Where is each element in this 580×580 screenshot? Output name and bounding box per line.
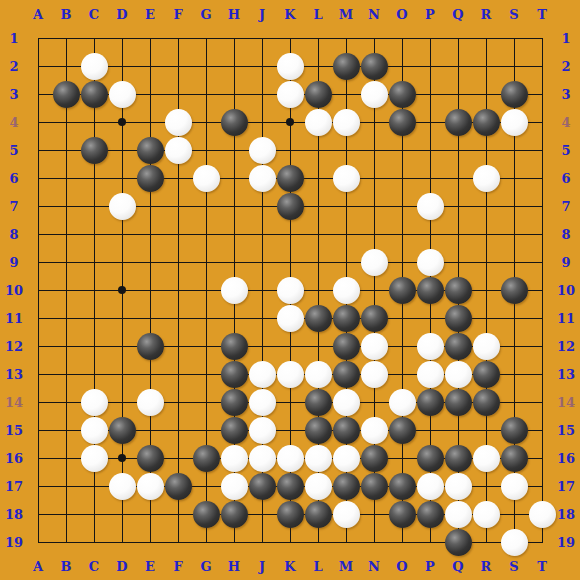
intersection-C18[interactable] — [80, 500, 108, 528]
intersection-J1[interactable] — [248, 24, 276, 52]
intersection-F14[interactable] — [164, 388, 192, 416]
intersection-E17[interactable] — [136, 472, 164, 500]
intersection-G3[interactable] — [192, 80, 220, 108]
intersection-E5[interactable] — [136, 136, 164, 164]
intersection-C10[interactable] — [80, 276, 108, 304]
intersection-H16[interactable] — [220, 444, 248, 472]
intersection-O16[interactable] — [388, 444, 416, 472]
intersection-B10[interactable] — [52, 276, 80, 304]
intersection-A10[interactable] — [24, 276, 52, 304]
intersection-R12[interactable] — [472, 332, 500, 360]
intersection-N16[interactable] — [360, 444, 388, 472]
intersection-P17[interactable] — [416, 472, 444, 500]
intersection-Q10[interactable] — [444, 276, 472, 304]
intersection-S5[interactable] — [500, 136, 528, 164]
intersection-F12[interactable] — [164, 332, 192, 360]
intersection-J6[interactable] — [248, 164, 276, 192]
intersection-C15[interactable] — [80, 416, 108, 444]
intersection-H12[interactable] — [220, 332, 248, 360]
intersection-R4[interactable] — [472, 108, 500, 136]
intersection-Q6[interactable] — [444, 164, 472, 192]
intersection-S19[interactable] — [500, 528, 528, 556]
intersection-J9[interactable] — [248, 248, 276, 276]
intersection-D9[interactable] — [108, 248, 136, 276]
intersection-B2[interactable] — [52, 52, 80, 80]
intersection-L9[interactable] — [304, 248, 332, 276]
intersection-A3[interactable] — [24, 80, 52, 108]
intersection-F4[interactable] — [164, 108, 192, 136]
intersection-O18[interactable] — [388, 500, 416, 528]
intersection-E16[interactable] — [136, 444, 164, 472]
intersection-K18[interactable] — [276, 500, 304, 528]
intersection-T6[interactable] — [528, 164, 556, 192]
intersection-K16[interactable] — [276, 444, 304, 472]
intersection-Q15[interactable] — [444, 416, 472, 444]
intersection-N11[interactable] — [360, 304, 388, 332]
intersection-D19[interactable] — [108, 528, 136, 556]
intersection-T1[interactable] — [528, 24, 556, 52]
intersection-N15[interactable] — [360, 416, 388, 444]
intersection-Q7[interactable] — [444, 192, 472, 220]
intersection-P1[interactable] — [416, 24, 444, 52]
intersection-Q4[interactable] — [444, 108, 472, 136]
intersection-E1[interactable] — [136, 24, 164, 52]
intersection-N8[interactable] — [360, 220, 388, 248]
intersection-H6[interactable] — [220, 164, 248, 192]
intersection-C14[interactable] — [80, 388, 108, 416]
intersection-R18[interactable] — [472, 500, 500, 528]
intersection-E8[interactable] — [136, 220, 164, 248]
intersection-F13[interactable] — [164, 360, 192, 388]
intersection-L10[interactable] — [304, 276, 332, 304]
intersection-M3[interactable] — [332, 80, 360, 108]
intersection-S15[interactable] — [500, 416, 528, 444]
intersection-D7[interactable] — [108, 192, 136, 220]
intersection-J5[interactable] — [248, 136, 276, 164]
intersection-O15[interactable] — [388, 416, 416, 444]
intersection-C11[interactable] — [80, 304, 108, 332]
intersection-J3[interactable] — [248, 80, 276, 108]
intersection-C3[interactable] — [80, 80, 108, 108]
intersection-L7[interactable] — [304, 192, 332, 220]
intersection-E14[interactable] — [136, 388, 164, 416]
intersection-A4[interactable] — [24, 108, 52, 136]
intersection-A8[interactable] — [24, 220, 52, 248]
intersection-M16[interactable] — [332, 444, 360, 472]
intersection-S17[interactable] — [500, 472, 528, 500]
intersection-T18[interactable] — [528, 500, 556, 528]
intersection-P4[interactable] — [416, 108, 444, 136]
intersection-H1[interactable] — [220, 24, 248, 52]
intersection-E15[interactable] — [136, 416, 164, 444]
intersection-C2[interactable] — [80, 52, 108, 80]
intersection-G17[interactable] — [192, 472, 220, 500]
intersection-P18[interactable] — [416, 500, 444, 528]
intersection-L14[interactable] — [304, 388, 332, 416]
intersection-L16[interactable] — [304, 444, 332, 472]
intersection-P14[interactable] — [416, 388, 444, 416]
intersection-M17[interactable] — [332, 472, 360, 500]
intersection-H8[interactable] — [220, 220, 248, 248]
intersection-T9[interactable] — [528, 248, 556, 276]
intersection-P5[interactable] — [416, 136, 444, 164]
intersection-O9[interactable] — [388, 248, 416, 276]
intersection-E11[interactable] — [136, 304, 164, 332]
intersection-B15[interactable] — [52, 416, 80, 444]
intersection-H14[interactable] — [220, 388, 248, 416]
intersection-A6[interactable] — [24, 164, 52, 192]
intersection-E4[interactable] — [136, 108, 164, 136]
intersection-E2[interactable] — [136, 52, 164, 80]
intersection-J17[interactable] — [248, 472, 276, 500]
intersection-M13[interactable] — [332, 360, 360, 388]
intersection-Q3[interactable] — [444, 80, 472, 108]
intersection-S10[interactable] — [500, 276, 528, 304]
intersection-N6[interactable] — [360, 164, 388, 192]
intersection-C7[interactable] — [80, 192, 108, 220]
intersection-C5[interactable] — [80, 136, 108, 164]
intersection-R5[interactable] — [472, 136, 500, 164]
intersection-S2[interactable] — [500, 52, 528, 80]
intersection-N2[interactable] — [360, 52, 388, 80]
intersection-D18[interactable] — [108, 500, 136, 528]
intersection-C12[interactable] — [80, 332, 108, 360]
intersection-G8[interactable] — [192, 220, 220, 248]
intersection-S9[interactable] — [500, 248, 528, 276]
intersection-J12[interactable] — [248, 332, 276, 360]
intersection-Q17[interactable] — [444, 472, 472, 500]
intersection-B5[interactable] — [52, 136, 80, 164]
intersection-A19[interactable] — [24, 528, 52, 556]
intersection-T2[interactable] — [528, 52, 556, 80]
intersection-B1[interactable] — [52, 24, 80, 52]
intersection-N19[interactable] — [360, 528, 388, 556]
intersection-P3[interactable] — [416, 80, 444, 108]
intersection-B12[interactable] — [52, 332, 80, 360]
intersection-P13[interactable] — [416, 360, 444, 388]
intersection-Q12[interactable] — [444, 332, 472, 360]
intersection-B6[interactable] — [52, 164, 80, 192]
intersection-Q13[interactable] — [444, 360, 472, 388]
intersection-D12[interactable] — [108, 332, 136, 360]
intersection-S3[interactable] — [500, 80, 528, 108]
intersection-G9[interactable] — [192, 248, 220, 276]
intersection-S4[interactable] — [500, 108, 528, 136]
intersection-J14[interactable] — [248, 388, 276, 416]
intersection-J15[interactable] — [248, 416, 276, 444]
intersection-P10[interactable] — [416, 276, 444, 304]
intersection-K10[interactable] — [276, 276, 304, 304]
intersection-P11[interactable] — [416, 304, 444, 332]
intersection-R9[interactable] — [472, 248, 500, 276]
intersection-N9[interactable] — [360, 248, 388, 276]
intersection-G2[interactable] — [192, 52, 220, 80]
intersection-S8[interactable] — [500, 220, 528, 248]
intersection-M7[interactable] — [332, 192, 360, 220]
intersection-K5[interactable] — [276, 136, 304, 164]
intersection-R14[interactable] — [472, 388, 500, 416]
intersection-E3[interactable] — [136, 80, 164, 108]
intersection-S11[interactable] — [500, 304, 528, 332]
intersection-K4[interactable] — [276, 108, 304, 136]
intersection-B14[interactable] — [52, 388, 80, 416]
intersection-B3[interactable] — [52, 80, 80, 108]
intersection-T5[interactable] — [528, 136, 556, 164]
intersection-D11[interactable] — [108, 304, 136, 332]
intersection-E7[interactable] — [136, 192, 164, 220]
intersection-F19[interactable] — [164, 528, 192, 556]
intersection-H7[interactable] — [220, 192, 248, 220]
intersection-K2[interactable] — [276, 52, 304, 80]
intersection-F5[interactable] — [164, 136, 192, 164]
intersection-Q1[interactable] — [444, 24, 472, 52]
intersection-B11[interactable] — [52, 304, 80, 332]
intersection-F6[interactable] — [164, 164, 192, 192]
intersection-H19[interactable] — [220, 528, 248, 556]
intersection-M15[interactable] — [332, 416, 360, 444]
intersection-R6[interactable] — [472, 164, 500, 192]
intersection-E19[interactable] — [136, 528, 164, 556]
intersection-R1[interactable] — [472, 24, 500, 52]
intersection-Q9[interactable] — [444, 248, 472, 276]
intersection-T14[interactable] — [528, 388, 556, 416]
intersection-M18[interactable] — [332, 500, 360, 528]
intersection-C19[interactable] — [80, 528, 108, 556]
intersection-C6[interactable] — [80, 164, 108, 192]
intersection-J7[interactable] — [248, 192, 276, 220]
intersection-O8[interactable] — [388, 220, 416, 248]
intersection-L11[interactable] — [304, 304, 332, 332]
intersection-P6[interactable] — [416, 164, 444, 192]
intersection-N4[interactable] — [360, 108, 388, 136]
intersection-N1[interactable] — [360, 24, 388, 52]
intersection-B9[interactable] — [52, 248, 80, 276]
intersection-G7[interactable] — [192, 192, 220, 220]
intersection-K6[interactable] — [276, 164, 304, 192]
intersection-P16[interactable] — [416, 444, 444, 472]
intersection-P12[interactable] — [416, 332, 444, 360]
intersection-A2[interactable] — [24, 52, 52, 80]
intersection-H4[interactable] — [220, 108, 248, 136]
intersection-D17[interactable] — [108, 472, 136, 500]
intersection-F3[interactable] — [164, 80, 192, 108]
intersection-F10[interactable] — [164, 276, 192, 304]
intersection-A18[interactable] — [24, 500, 52, 528]
intersection-R8[interactable] — [472, 220, 500, 248]
intersection-M5[interactable] — [332, 136, 360, 164]
intersection-N14[interactable] — [360, 388, 388, 416]
intersection-M9[interactable] — [332, 248, 360, 276]
intersection-M14[interactable] — [332, 388, 360, 416]
intersection-O3[interactable] — [388, 80, 416, 108]
intersection-P9[interactable] — [416, 248, 444, 276]
intersection-F1[interactable] — [164, 24, 192, 52]
intersection-K17[interactable] — [276, 472, 304, 500]
intersection-O4[interactable] — [388, 108, 416, 136]
intersection-T16[interactable] — [528, 444, 556, 472]
intersection-S14[interactable] — [500, 388, 528, 416]
intersection-B8[interactable] — [52, 220, 80, 248]
intersection-O5[interactable] — [388, 136, 416, 164]
intersection-D16[interactable] — [108, 444, 136, 472]
intersection-K11[interactable] — [276, 304, 304, 332]
intersection-T10[interactable] — [528, 276, 556, 304]
intersection-Q19[interactable] — [444, 528, 472, 556]
intersection-G18[interactable] — [192, 500, 220, 528]
intersection-P19[interactable] — [416, 528, 444, 556]
intersection-F15[interactable] — [164, 416, 192, 444]
intersection-K1[interactable] — [276, 24, 304, 52]
intersection-C4[interactable] — [80, 108, 108, 136]
intersection-T13[interactable] — [528, 360, 556, 388]
intersection-O17[interactable] — [388, 472, 416, 500]
intersection-C1[interactable] — [80, 24, 108, 52]
intersection-A7[interactable] — [24, 192, 52, 220]
intersection-K12[interactable] — [276, 332, 304, 360]
intersection-R15[interactable] — [472, 416, 500, 444]
intersection-M4[interactable] — [332, 108, 360, 136]
intersection-D5[interactable] — [108, 136, 136, 164]
intersection-J8[interactable] — [248, 220, 276, 248]
intersection-S1[interactable] — [500, 24, 528, 52]
intersection-D8[interactable] — [108, 220, 136, 248]
intersection-T19[interactable] — [528, 528, 556, 556]
intersection-P2[interactable] — [416, 52, 444, 80]
intersection-L1[interactable] — [304, 24, 332, 52]
intersection-N13[interactable] — [360, 360, 388, 388]
intersection-L15[interactable] — [304, 416, 332, 444]
intersection-O10[interactable] — [388, 276, 416, 304]
intersection-A1[interactable] — [24, 24, 52, 52]
intersection-F18[interactable] — [164, 500, 192, 528]
intersection-N3[interactable] — [360, 80, 388, 108]
intersection-N7[interactable] — [360, 192, 388, 220]
intersection-D2[interactable] — [108, 52, 136, 80]
intersection-T17[interactable] — [528, 472, 556, 500]
intersection-M8[interactable] — [332, 220, 360, 248]
intersection-B4[interactable] — [52, 108, 80, 136]
intersection-B16[interactable] — [52, 444, 80, 472]
intersection-R19[interactable] — [472, 528, 500, 556]
intersection-S13[interactable] — [500, 360, 528, 388]
intersection-J13[interactable] — [248, 360, 276, 388]
intersection-G11[interactable] — [192, 304, 220, 332]
intersection-O1[interactable] — [388, 24, 416, 52]
intersection-N10[interactable] — [360, 276, 388, 304]
intersection-Q8[interactable] — [444, 220, 472, 248]
intersection-T15[interactable] — [528, 416, 556, 444]
intersection-J4[interactable] — [248, 108, 276, 136]
intersection-D15[interactable] — [108, 416, 136, 444]
intersection-G12[interactable] — [192, 332, 220, 360]
intersection-J16[interactable] — [248, 444, 276, 472]
intersection-H2[interactable] — [220, 52, 248, 80]
intersection-D4[interactable] — [108, 108, 136, 136]
intersection-K7[interactable] — [276, 192, 304, 220]
intersection-H5[interactable] — [220, 136, 248, 164]
intersection-T12[interactable] — [528, 332, 556, 360]
intersection-A16[interactable] — [24, 444, 52, 472]
intersection-S7[interactable] — [500, 192, 528, 220]
intersection-L18[interactable] — [304, 500, 332, 528]
intersection-D3[interactable] — [108, 80, 136, 108]
intersection-J2[interactable] — [248, 52, 276, 80]
intersection-A11[interactable] — [24, 304, 52, 332]
intersection-J10[interactable] — [248, 276, 276, 304]
intersection-O11[interactable] — [388, 304, 416, 332]
intersection-G6[interactable] — [192, 164, 220, 192]
intersection-B7[interactable] — [52, 192, 80, 220]
intersection-D13[interactable] — [108, 360, 136, 388]
intersection-A12[interactable] — [24, 332, 52, 360]
intersection-R7[interactable] — [472, 192, 500, 220]
intersection-Q2[interactable] — [444, 52, 472, 80]
intersection-N12[interactable] — [360, 332, 388, 360]
intersection-L3[interactable] — [304, 80, 332, 108]
intersection-F7[interactable] — [164, 192, 192, 220]
intersection-L6[interactable] — [304, 164, 332, 192]
intersection-A9[interactable] — [24, 248, 52, 276]
intersection-L2[interactable] — [304, 52, 332, 80]
intersection-E18[interactable] — [136, 500, 164, 528]
intersection-R11[interactable] — [472, 304, 500, 332]
intersection-G14[interactable] — [192, 388, 220, 416]
intersection-A17[interactable] — [24, 472, 52, 500]
intersection-F11[interactable] — [164, 304, 192, 332]
intersection-K9[interactable] — [276, 248, 304, 276]
intersection-H15[interactable] — [220, 416, 248, 444]
intersection-P15[interactable] — [416, 416, 444, 444]
intersection-M11[interactable] — [332, 304, 360, 332]
intersection-T4[interactable] — [528, 108, 556, 136]
intersection-K13[interactable] — [276, 360, 304, 388]
intersection-R16[interactable] — [472, 444, 500, 472]
intersection-Q18[interactable] — [444, 500, 472, 528]
intersection-G19[interactable] — [192, 528, 220, 556]
intersection-T3[interactable] — [528, 80, 556, 108]
intersection-D14[interactable] — [108, 388, 136, 416]
intersection-A14[interactable] — [24, 388, 52, 416]
intersection-P7[interactable] — [416, 192, 444, 220]
intersection-N18[interactable] — [360, 500, 388, 528]
intersection-B17[interactable] — [52, 472, 80, 500]
intersection-O13[interactable] — [388, 360, 416, 388]
intersection-L17[interactable] — [304, 472, 332, 500]
intersection-E13[interactable] — [136, 360, 164, 388]
intersection-S12[interactable] — [500, 332, 528, 360]
intersection-T11[interactable] — [528, 304, 556, 332]
intersection-D6[interactable] — [108, 164, 136, 192]
intersection-P8[interactable] — [416, 220, 444, 248]
intersection-E10[interactable] — [136, 276, 164, 304]
intersection-O2[interactable] — [388, 52, 416, 80]
intersection-K15[interactable] — [276, 416, 304, 444]
intersection-R17[interactable] — [472, 472, 500, 500]
intersection-E12[interactable] — [136, 332, 164, 360]
intersection-A5[interactable] — [24, 136, 52, 164]
intersection-H13[interactable] — [220, 360, 248, 388]
intersection-G15[interactable] — [192, 416, 220, 444]
intersection-N17[interactable] — [360, 472, 388, 500]
intersection-L12[interactable] — [304, 332, 332, 360]
intersection-D1[interactable] — [108, 24, 136, 52]
intersection-O14[interactable] — [388, 388, 416, 416]
intersection-F2[interactable] — [164, 52, 192, 80]
intersection-M12[interactable] — [332, 332, 360, 360]
intersection-M19[interactable] — [332, 528, 360, 556]
intersection-L5[interactable] — [304, 136, 332, 164]
intersection-F9[interactable] — [164, 248, 192, 276]
